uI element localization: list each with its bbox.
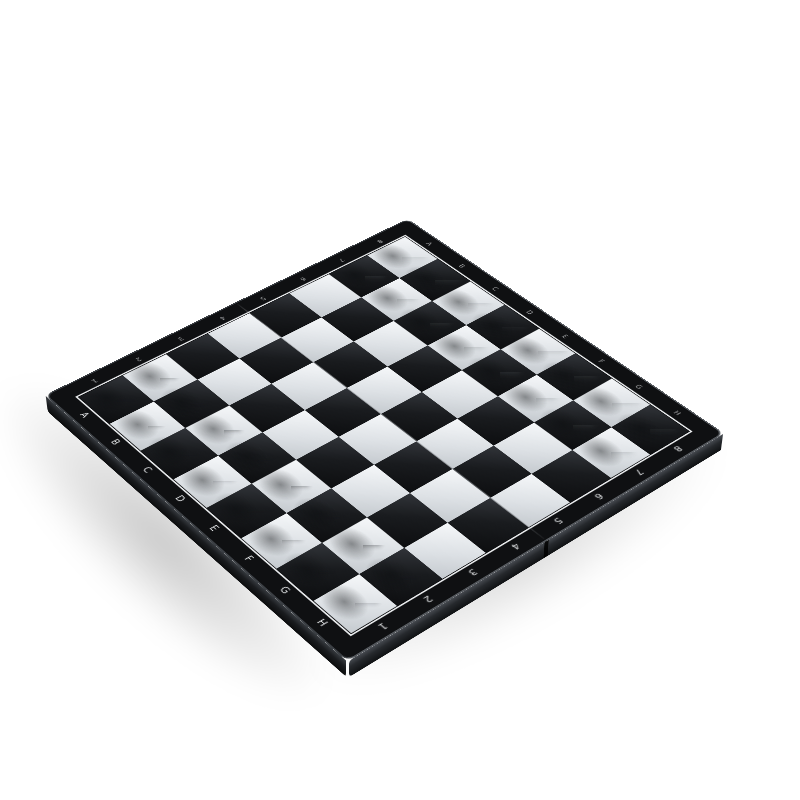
square-h6: [532, 450, 611, 502]
rook-glyph: ♜: [316, 526, 394, 613]
chess-set-photo: ♜♞♝♛♚♝♞♜♟♟♟♟♟♟♟♟♟♟♟♟♟♟♟♟♜♞♝♛♚♝♞♜ ABCDEFG…: [0, 0, 800, 800]
pawn-glyph: ♟: [583, 397, 639, 460]
